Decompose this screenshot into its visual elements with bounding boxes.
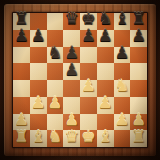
- piece-black-pawn[interactable]: ♟: [114, 44, 131, 61]
- square-b5[interactable]: [30, 63, 47, 80]
- piece-black-knight[interactable]: ♞: [47, 44, 64, 61]
- square-b3[interactable]: ♟: [30, 97, 47, 114]
- square-d1[interactable]: ♛: [63, 130, 80, 147]
- square-c3[interactable]: ♟: [47, 97, 64, 114]
- square-d4[interactable]: [63, 80, 80, 97]
- square-c6[interactable]: ♞: [47, 47, 64, 64]
- square-f7[interactable]: ♟: [97, 30, 114, 47]
- chess-board[interactable]: ♜♛♚♞♝♜♟♟♟♟♟♞♟♟♟♟♞♟♟♟♟♟♟♟♜♝♞♛♚♝♜: [13, 13, 147, 147]
- square-b6[interactable]: [30, 47, 47, 64]
- square-f1[interactable]: ♝: [97, 130, 114, 147]
- square-a5[interactable]: [13, 63, 30, 80]
- piece-white-knight[interactable]: ♞: [47, 128, 64, 145]
- square-d5[interactable]: ♟: [63, 63, 80, 80]
- piece-white-king[interactable]: ♚: [80, 128, 97, 145]
- square-a6[interactable]: [13, 47, 30, 64]
- chess-app-screen: ♜♛♚♞♝♜♟♟♟♟♟♞♟♟♟♟♞♟♟♟♟♟♟♟♜♝♞♛♚♝♜: [0, 0, 160, 160]
- square-a1[interactable]: ♜: [13, 130, 30, 147]
- square-c8[interactable]: [47, 13, 64, 30]
- square-g2[interactable]: ♟: [114, 114, 131, 131]
- piece-white-pawn[interactable]: ♟: [30, 94, 47, 111]
- piece-black-queen[interactable]: ♛: [63, 11, 80, 28]
- square-h5[interactable]: [130, 63, 147, 80]
- piece-white-pawn[interactable]: ♟: [114, 111, 131, 128]
- square-e6[interactable]: [80, 47, 97, 64]
- square-f5[interactable]: [97, 63, 114, 80]
- square-h4[interactable]: [130, 80, 147, 97]
- piece-white-pawn[interactable]: ♟: [80, 78, 97, 95]
- piece-black-pawn[interactable]: ♟: [30, 27, 47, 44]
- piece-white-bishop[interactable]: ♝: [97, 128, 114, 145]
- piece-black-pawn[interactable]: ♟: [63, 61, 80, 78]
- square-c1[interactable]: ♞: [47, 130, 64, 147]
- piece-white-pawn[interactable]: ♟: [47, 94, 64, 111]
- square-g1[interactable]: [114, 130, 131, 147]
- square-d8[interactable]: ♛: [63, 13, 80, 30]
- square-e3[interactable]: [80, 97, 97, 114]
- piece-white-bishop[interactable]: ♝: [30, 128, 47, 145]
- square-e1[interactable]: ♚: [80, 130, 97, 147]
- square-a4[interactable]: [13, 80, 30, 97]
- piece-black-pawn[interactable]: ♟: [80, 27, 97, 44]
- square-b7[interactable]: ♟: [30, 30, 47, 47]
- piece-white-queen[interactable]: ♛: [63, 128, 80, 145]
- square-e7[interactable]: ♟: [80, 30, 97, 47]
- square-g8[interactable]: ♝: [114, 13, 131, 30]
- square-h1[interactable]: ♜: [130, 130, 147, 147]
- square-f3[interactable]: ♟: [97, 97, 114, 114]
- square-h6[interactable]: [130, 47, 147, 64]
- piece-white-pawn[interactable]: ♟: [97, 94, 114, 111]
- piece-white-rook[interactable]: ♜: [13, 128, 30, 145]
- square-g6[interactable]: ♟: [114, 47, 131, 64]
- square-c5[interactable]: [47, 63, 64, 80]
- square-e4[interactable]: ♟: [80, 80, 97, 97]
- piece-white-rook[interactable]: ♜: [130, 128, 147, 145]
- square-a7[interactable]: ♟: [13, 30, 30, 47]
- square-b1[interactable]: ♝: [30, 130, 47, 147]
- piece-black-pawn[interactable]: ♟: [13, 27, 30, 44]
- square-h7[interactable]: ♟: [130, 30, 147, 47]
- square-f6[interactable]: [97, 47, 114, 64]
- piece-black-bishop[interactable]: ♝: [114, 11, 131, 28]
- piece-black-pawn[interactable]: ♟: [97, 27, 114, 44]
- piece-black-pawn[interactable]: ♟: [130, 27, 147, 44]
- square-g4[interactable]: ♞: [114, 80, 131, 97]
- piece-white-knight[interactable]: ♞: [114, 78, 131, 95]
